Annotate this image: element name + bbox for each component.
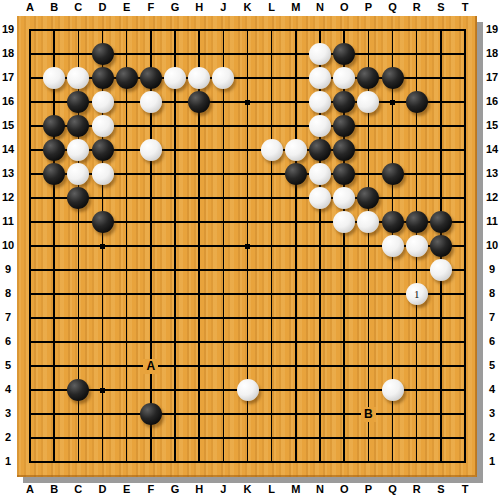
stone-white-P16[interactable] (357, 91, 379, 113)
coord-label-left: 15 (0, 119, 16, 132)
stone-black-B14[interactable] (43, 139, 65, 161)
coord-label-top: F (141, 1, 161, 14)
stone-black-P17[interactable] (357, 67, 379, 89)
coord-label-right: 15 (484, 119, 500, 132)
coord-label-left: 9 (0, 263, 16, 276)
coord-label-right: 9 (484, 263, 500, 276)
coord-label-right: 10 (484, 239, 500, 252)
annotation-A: A (143, 359, 158, 374)
stone-white-M14[interactable] (285, 139, 307, 161)
stone-black-F3[interactable] (140, 403, 162, 425)
coord-label-left: 4 (0, 383, 16, 396)
coord-label-top: Q (383, 1, 403, 14)
coord-label-right: 16 (484, 95, 500, 108)
coord-label-bottom: E (117, 483, 137, 496)
coord-label-bottom: N (310, 483, 330, 496)
stone-black-P12[interactable] (357, 187, 379, 209)
coord-label-top: P (358, 1, 378, 14)
grid-line-vertical (464, 29, 466, 463)
stone-white-R8[interactable]: 1 (406, 283, 428, 305)
stone-white-J17[interactable] (212, 67, 234, 89)
coord-label-bottom: J (213, 483, 233, 496)
coord-label-top: E (117, 1, 137, 14)
stone-black-C12[interactable] (67, 187, 89, 209)
stone-black-D17[interactable] (92, 67, 114, 89)
coord-label-bottom: H (189, 483, 209, 496)
coord-label-top: M (286, 1, 306, 14)
coord-label-right: 11 (484, 215, 500, 228)
go-board[interactable]: AB1 (17, 16, 477, 477)
stone-black-E17[interactable] (116, 67, 138, 89)
coord-label-right: 3 (484, 407, 500, 420)
coord-label-top: J (213, 1, 233, 14)
coord-label-left: 14 (0, 143, 16, 156)
stone-white-G17[interactable] (164, 67, 186, 89)
coord-label-left: 11 (0, 215, 16, 228)
stone-black-C16[interactable] (67, 91, 89, 113)
stone-white-O12[interactable] (333, 187, 355, 209)
coord-label-left: 1 (0, 455, 16, 468)
stone-white-N18[interactable] (309, 43, 331, 65)
grid-line-horizontal (29, 413, 466, 415)
star-point (100, 244, 105, 249)
coord-label-right: 12 (484, 191, 500, 204)
stone-white-N16[interactable] (309, 91, 331, 113)
coord-label-left: 13 (0, 167, 16, 180)
stone-white-R10[interactable] (406, 235, 428, 257)
stone-black-Q17[interactable] (382, 67, 404, 89)
stone-black-N14[interactable] (309, 139, 331, 161)
coord-label-left: 8 (0, 287, 16, 300)
coord-label-left: 17 (0, 71, 16, 84)
coord-label-bottom: T (455, 483, 475, 496)
coord-label-right: 5 (484, 359, 500, 372)
stone-white-C14[interactable] (67, 139, 89, 161)
stone-black-D11[interactable] (92, 211, 114, 233)
coord-label-left: 16 (0, 95, 16, 108)
stone-white-O17[interactable] (333, 67, 355, 89)
grid-line-horizontal (29, 437, 466, 439)
grid-line-vertical (271, 29, 273, 463)
stone-white-B17[interactable] (43, 67, 65, 89)
coord-label-left: 6 (0, 335, 16, 348)
stone-black-C15[interactable] (67, 115, 89, 137)
stone-white-O11[interactable] (333, 211, 355, 233)
coord-label-left: 10 (0, 239, 16, 252)
stone-white-D15[interactable] (92, 115, 114, 137)
stone-black-D14[interactable] (92, 139, 114, 161)
stone-white-C17[interactable] (67, 67, 89, 89)
coord-label-bottom: R (407, 483, 427, 496)
annotation-B: B (361, 407, 376, 422)
coord-label-top: S (431, 1, 451, 14)
coord-label-right: 4 (484, 383, 500, 396)
stone-black-R16[interactable] (406, 91, 428, 113)
grid-line-horizontal (29, 269, 466, 271)
stone-white-D13[interactable] (92, 163, 114, 185)
star-point (245, 244, 250, 249)
coord-label-top: N (310, 1, 330, 14)
stone-black-B13[interactable] (43, 163, 65, 185)
stone-white-N13[interactable] (309, 163, 331, 185)
stone-white-N17[interactable] (309, 67, 331, 89)
coord-label-left: 2 (0, 431, 16, 444)
coord-label-left: 3 (0, 407, 16, 420)
coord-label-right: 13 (484, 167, 500, 180)
coord-label-right: 7 (484, 311, 500, 324)
stone-black-O15[interactable] (333, 115, 355, 137)
coord-label-left: 12 (0, 191, 16, 204)
coord-label-bottom: D (93, 483, 113, 496)
coord-label-top: B (44, 1, 64, 14)
stone-white-Q10[interactable] (382, 235, 404, 257)
stone-white-S9[interactable] (430, 259, 452, 281)
coord-label-right: 6 (484, 335, 500, 348)
stone-black-Q11[interactable] (382, 211, 404, 233)
coord-label-top: T (455, 1, 475, 14)
go-diagram: AB1 AABBCCDDEEFFGGHHJJKKLLMMNNOOPPQQRRSS… (0, 0, 500, 500)
stone-black-O14[interactable] (333, 139, 355, 161)
coord-label-top: O (334, 1, 354, 14)
stone-white-P11[interactable] (357, 211, 379, 233)
stone-black-O13[interactable] (333, 163, 355, 185)
stone-black-Q13[interactable] (382, 163, 404, 185)
stone-black-S11[interactable] (430, 211, 452, 233)
coord-label-top: C (68, 1, 88, 14)
coord-label-right: 18 (484, 47, 500, 60)
coord-label-right: 19 (484, 23, 500, 36)
coord-label-bottom: C (68, 483, 88, 496)
stone-black-R11[interactable] (406, 211, 428, 233)
coord-label-bottom: S (431, 483, 451, 496)
coord-label-bottom: M (286, 483, 306, 496)
coord-label-bottom: F (141, 483, 161, 496)
star-point (245, 100, 250, 105)
coord-label-bottom: Q (383, 483, 403, 496)
stone-white-N15[interactable] (309, 115, 331, 137)
coord-label-top: G (165, 1, 185, 14)
coord-label-top: L (262, 1, 282, 14)
stone-white-L14[interactable] (261, 139, 283, 161)
stone-white-Q4[interactable] (382, 379, 404, 401)
coord-label-left: 5 (0, 359, 16, 372)
stone-black-C4[interactable] (67, 379, 89, 401)
grid-line-vertical (295, 29, 297, 463)
stone-black-F17[interactable] (140, 67, 162, 89)
coord-label-right: 8 (484, 287, 500, 300)
coord-label-bottom: L (262, 483, 282, 496)
coord-label-top: D (93, 1, 113, 14)
coord-label-bottom: P (358, 483, 378, 496)
coord-label-bottom: G (165, 483, 185, 496)
coord-label-right: 1 (484, 455, 500, 468)
stone-black-O18[interactable] (333, 43, 355, 65)
coord-label-left: 18 (0, 47, 16, 60)
stone-black-M13[interactable] (285, 163, 307, 185)
stone-white-H17[interactable] (188, 67, 210, 89)
stone-white-K4[interactable] (237, 379, 259, 401)
stone-black-O16[interactable] (333, 91, 355, 113)
stone-black-D18[interactable] (92, 43, 114, 65)
coord-label-right: 2 (484, 431, 500, 444)
stone-black-S10[interactable] (430, 235, 452, 257)
stone-white-N12[interactable] (309, 187, 331, 209)
star-point (100, 388, 105, 393)
coord-label-right: 17 (484, 71, 500, 84)
stone-white-D16[interactable] (92, 91, 114, 113)
grid-line-horizontal (29, 293, 466, 295)
grid-line-horizontal (29, 365, 466, 367)
stone-black-B15[interactable] (43, 115, 65, 137)
coord-label-top: R (407, 1, 427, 14)
coord-label-bottom: O (334, 483, 354, 496)
star-point (390, 100, 395, 105)
grid-line-horizontal (29, 341, 466, 343)
move-number-label: 1 (414, 289, 420, 300)
stone-white-F16[interactable] (140, 91, 162, 113)
coord-label-right: 14 (484, 143, 500, 156)
coord-label-left: 7 (0, 311, 16, 324)
coord-label-top: K (238, 1, 258, 14)
coord-label-left: 19 (0, 23, 16, 36)
stone-white-F14[interactable] (140, 139, 162, 161)
coord-label-bottom: K (238, 483, 258, 496)
grid-line-horizontal (29, 317, 466, 319)
stone-white-C13[interactable] (67, 163, 89, 185)
grid-line-horizontal (29, 461, 466, 463)
coord-label-bottom: A (20, 483, 40, 496)
coord-label-top: A (20, 1, 40, 14)
stone-black-H16[interactable] (188, 91, 210, 113)
coord-label-top: H (189, 1, 209, 14)
coord-label-bottom: B (44, 483, 64, 496)
